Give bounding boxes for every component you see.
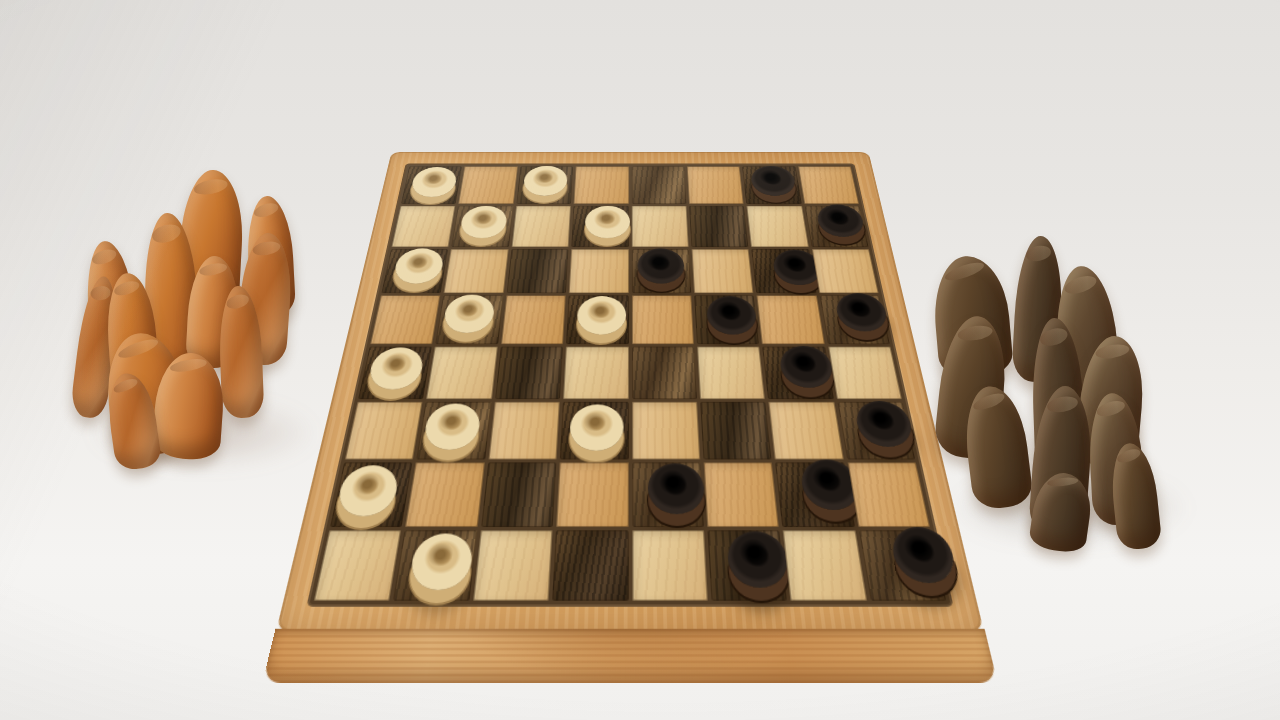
square-r6c5-light[interactable] — [632, 402, 700, 460]
square-r7c8-light[interactable] — [847, 463, 930, 527]
square-r6c8-dark[interactable] — [837, 402, 915, 460]
square-r7c7-dark[interactable] — [775, 463, 854, 527]
square-r8c2-dark[interactable] — [393, 530, 477, 601]
square-r6c2-dark[interactable] — [417, 402, 492, 460]
square-r4c3-light[interactable] — [501, 295, 566, 343]
square-r8c1-light[interactable] — [314, 530, 402, 601]
square-r4c1-light[interactable] — [370, 295, 440, 343]
square-r7c5-dark[interactable] — [632, 463, 704, 527]
checker-light[interactable] — [367, 347, 426, 389]
square-r1c6-light[interactable] — [687, 166, 744, 204]
square-r3c7-dark[interactable] — [752, 249, 817, 293]
checker-light[interactable] — [459, 206, 508, 238]
checker-light[interactable] — [569, 405, 624, 451]
square-r4c7-light[interactable] — [757, 295, 825, 343]
square-r4c2-dark[interactable] — [436, 295, 504, 343]
checker-dark[interactable] — [853, 401, 916, 447]
square-r8c3-light[interactable] — [473, 530, 553, 601]
square-r4c4-dark[interactable] — [566, 295, 628, 343]
square-r6c1-light[interactable] — [345, 402, 423, 460]
board-grid — [309, 165, 950, 605]
square-r1c3-dark[interactable] — [516, 166, 573, 204]
square-r1c1-dark[interactable] — [401, 166, 462, 204]
square-r2c1-light[interactable] — [392, 206, 456, 247]
checker-dark[interactable] — [726, 531, 790, 587]
square-r6c7-light[interactable] — [769, 402, 844, 460]
square-r3c1-dark[interactable] — [381, 249, 448, 293]
square-r3c5-dark[interactable] — [631, 249, 691, 293]
square-r1c7-dark[interactable] — [742, 166, 801, 204]
square-r6c6-dark[interactable] — [700, 402, 772, 460]
square-r8c7-light[interactable] — [783, 530, 867, 601]
square-r2c3-light[interactable] — [511, 206, 571, 247]
square-r8c8-dark[interactable] — [858, 530, 946, 601]
square-r7c1-dark[interactable] — [330, 463, 413, 527]
checker-light[interactable] — [577, 296, 627, 334]
square-r7c6-light[interactable] — [704, 463, 780, 527]
square-r6c3-light[interactable] — [488, 402, 560, 460]
checker-dark[interactable] — [815, 204, 866, 236]
square-r5c1-dark[interactable] — [358, 346, 432, 399]
square-r3c8-light[interactable] — [812, 249, 879, 293]
square-r8c6-dark[interactable] — [707, 530, 787, 601]
carved-piece — [1108, 441, 1163, 551]
square-r1c4-light[interactable] — [574, 166, 629, 204]
square-r3c2-light[interactable] — [444, 249, 509, 293]
square-r3c3-dark[interactable] — [506, 249, 568, 293]
checker-light[interactable] — [335, 466, 401, 517]
square-r3c6-light[interactable] — [691, 249, 753, 293]
checker-dark[interactable] — [706, 296, 758, 334]
square-r5c7-dark[interactable] — [762, 346, 833, 399]
square-r8c4-dark[interactable] — [552, 530, 628, 601]
square-r1c2-light[interactable] — [459, 166, 518, 204]
square-r4c8-dark[interactable] — [819, 295, 889, 343]
checker-dark[interactable] — [834, 293, 890, 331]
square-r1c5-dark[interactable] — [631, 166, 686, 204]
scene — [0, 0, 1280, 720]
square-r5c6-light[interactable] — [697, 346, 765, 399]
square-r7c3-dark[interactable] — [481, 463, 557, 527]
square-r5c4-light[interactable] — [563, 346, 628, 399]
square-r2c4-dark[interactable] — [571, 206, 628, 247]
square-r3c4-light[interactable] — [569, 249, 629, 293]
checkers-board — [276, 152, 984, 631]
square-r2c7-light[interactable] — [747, 206, 809, 247]
square-r5c3-dark[interactable] — [495, 346, 563, 399]
square-r5c5-dark[interactable] — [632, 346, 697, 399]
left-carved-piece-cluster — [80, 158, 295, 458]
checker-dark[interactable] — [779, 346, 836, 388]
square-r4c5-light[interactable] — [631, 295, 693, 343]
checker-light[interactable] — [441, 295, 495, 333]
checker-light[interactable] — [422, 404, 482, 450]
square-r2c8-dark[interactable] — [804, 206, 868, 247]
square-r7c4-light[interactable] — [556, 463, 628, 527]
square-r2c6-dark[interactable] — [689, 206, 749, 247]
checker-dark[interactable] — [750, 166, 797, 196]
square-r5c2-light[interactable] — [426, 346, 497, 399]
square-r4c6-dark[interactable] — [694, 295, 759, 343]
square-r8c5-light[interactable] — [632, 530, 708, 601]
right-carved-piece-cluster — [935, 228, 1175, 548]
checker-dark[interactable] — [637, 248, 685, 283]
checker-light[interactable] — [410, 167, 459, 197]
checker-light[interactable] — [522, 166, 568, 196]
checker-light[interactable] — [407, 533, 474, 590]
square-r1c8-light[interactable] — [798, 166, 859, 204]
square-r6c4-dark[interactable] — [560, 402, 628, 460]
checker-dark[interactable] — [647, 464, 705, 515]
square-r2c5-light[interactable] — [631, 206, 688, 247]
square-r7c2-light[interactable] — [406, 463, 485, 527]
checker-light[interactable] — [585, 206, 630, 238]
square-r2c2-dark[interactable] — [452, 206, 514, 247]
square-r5c8-light[interactable] — [828, 346, 902, 399]
checker-light[interactable] — [392, 248, 445, 283]
